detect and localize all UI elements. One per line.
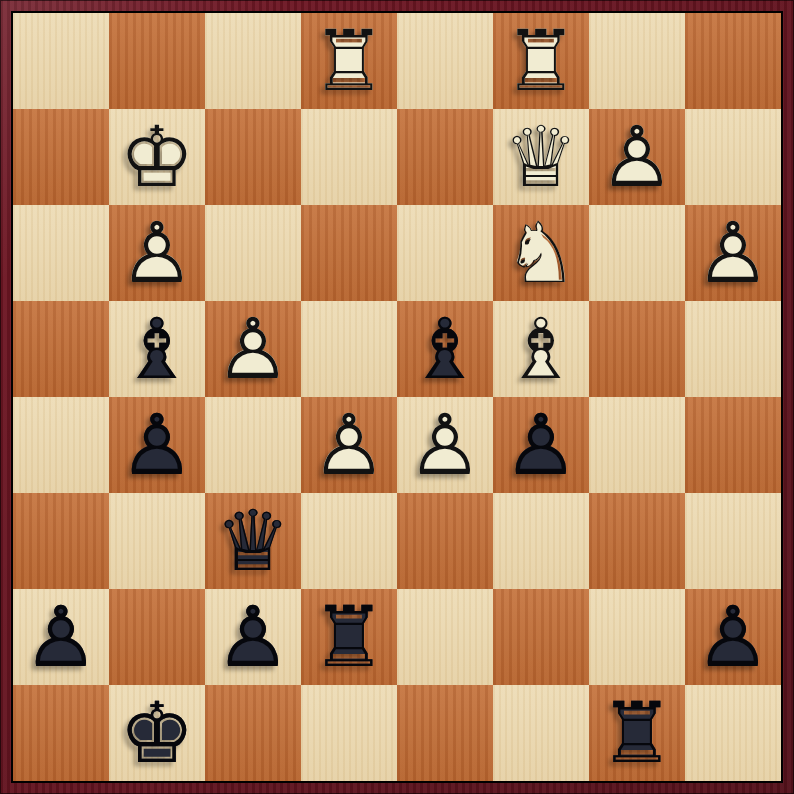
white-pawn[interactable]: ♟♙ xyxy=(589,109,685,205)
square-b1[interactable]: ♚♔ xyxy=(109,685,205,781)
square-g3[interactable] xyxy=(589,493,685,589)
square-a2[interactable]: ♟♙ xyxy=(13,589,109,685)
square-f3[interactable] xyxy=(493,493,589,589)
square-g7[interactable]: ♟♙ xyxy=(589,109,685,205)
square-b7[interactable]: ♚♔ xyxy=(109,109,205,205)
square-a6[interactable] xyxy=(13,205,109,301)
white-rook-outline: ♖ xyxy=(301,13,397,109)
square-e4[interactable]: ♟♙ xyxy=(397,397,493,493)
square-b2[interactable] xyxy=(109,589,205,685)
square-f6[interactable]: ♞♘ xyxy=(493,205,589,301)
white-pawn-outline: ♙ xyxy=(301,397,397,493)
board-inner-border: ♜♖♜♖♚♔♛♕♟♙♟♙♞♘♟♙♝♗♟♙♝♗♝♗♟♙♟♙♟♙♟♙♛♕♟♙♟♙♜♖… xyxy=(11,11,783,783)
white-pawn[interactable]: ♟♙ xyxy=(397,397,493,493)
white-pawn-outline: ♙ xyxy=(205,301,301,397)
black-pawn-outline: ♙ xyxy=(109,397,205,493)
black-rook[interactable]: ♜♖ xyxy=(301,589,397,685)
black-rook-outline: ♖ xyxy=(301,589,397,685)
white-knight[interactable]: ♞♘ xyxy=(493,205,589,301)
square-d4[interactable]: ♟♙ xyxy=(301,397,397,493)
black-pawn-outline: ♙ xyxy=(493,397,589,493)
white-rook-outline: ♖ xyxy=(493,13,589,109)
square-e8[interactable] xyxy=(397,13,493,109)
white-queen-outline: ♕ xyxy=(493,109,589,205)
white-rook[interactable]: ♜♖ xyxy=(301,13,397,109)
square-e7[interactable] xyxy=(397,109,493,205)
square-d3[interactable] xyxy=(301,493,397,589)
black-king-outline: ♔ xyxy=(109,685,205,781)
square-e6[interactable] xyxy=(397,205,493,301)
square-a5[interactable] xyxy=(13,301,109,397)
black-queen-outline: ♕ xyxy=(205,493,301,589)
square-g4[interactable] xyxy=(589,397,685,493)
square-d8[interactable]: ♜♖ xyxy=(301,13,397,109)
square-c3[interactable]: ♛♕ xyxy=(205,493,301,589)
white-queen[interactable]: ♛♕ xyxy=(493,109,589,205)
white-pawn[interactable]: ♟♙ xyxy=(205,301,301,397)
black-pawn[interactable]: ♟♙ xyxy=(493,397,589,493)
square-h4[interactable] xyxy=(685,397,781,493)
square-b8[interactable] xyxy=(109,13,205,109)
square-e5[interactable]: ♝♗ xyxy=(397,301,493,397)
square-b4[interactable]: ♟♙ xyxy=(109,397,205,493)
black-pawn[interactable]: ♟♙ xyxy=(205,589,301,685)
square-h8[interactable] xyxy=(685,13,781,109)
square-c4[interactable] xyxy=(205,397,301,493)
square-e2[interactable] xyxy=(397,589,493,685)
square-f2[interactable] xyxy=(493,589,589,685)
square-g1[interactable]: ♜♖ xyxy=(589,685,685,781)
black-pawn[interactable]: ♟♙ xyxy=(685,589,781,685)
square-a4[interactable] xyxy=(13,397,109,493)
black-rook-outline: ♖ xyxy=(589,685,685,781)
black-bishop-outline: ♗ xyxy=(397,301,493,397)
square-d7[interactable] xyxy=(301,109,397,205)
black-pawn[interactable]: ♟♙ xyxy=(109,397,205,493)
square-b6[interactable]: ♟♙ xyxy=(109,205,205,301)
square-g5[interactable] xyxy=(589,301,685,397)
black-pawn-outline: ♙ xyxy=(685,589,781,685)
square-c8[interactable] xyxy=(205,13,301,109)
white-king[interactable]: ♚♔ xyxy=(109,109,205,205)
square-g8[interactable] xyxy=(589,13,685,109)
black-pawn[interactable]: ♟♙ xyxy=(13,589,109,685)
square-f7[interactable]: ♛♕ xyxy=(493,109,589,205)
white-rook[interactable]: ♜♖ xyxy=(493,13,589,109)
black-king[interactable]: ♚♔ xyxy=(109,685,205,781)
square-d6[interactable] xyxy=(301,205,397,301)
square-f8[interactable]: ♜♖ xyxy=(493,13,589,109)
square-d5[interactable] xyxy=(301,301,397,397)
square-a7[interactable] xyxy=(13,109,109,205)
white-pawn[interactable]: ♟♙ xyxy=(109,205,205,301)
square-c5[interactable]: ♟♙ xyxy=(205,301,301,397)
square-h2[interactable]: ♟♙ xyxy=(685,589,781,685)
board-frame: ♜♖♜♖♚♔♛♕♟♙♟♙♞♘♟♙♝♗♟♙♝♗♝♗♟♙♟♙♟♙♟♙♛♕♟♙♟♙♜♖… xyxy=(0,0,794,794)
white-bishop[interactable]: ♝♗ xyxy=(493,301,589,397)
square-g6[interactable] xyxy=(589,205,685,301)
square-a8[interactable] xyxy=(13,13,109,109)
square-h5[interactable] xyxy=(685,301,781,397)
black-rook[interactable]: ♜♖ xyxy=(589,685,685,781)
square-e1[interactable] xyxy=(397,685,493,781)
black-queen[interactable]: ♛♕ xyxy=(205,493,301,589)
square-g2[interactable] xyxy=(589,589,685,685)
white-pawn-outline: ♙ xyxy=(397,397,493,493)
square-h6[interactable]: ♟♙ xyxy=(685,205,781,301)
square-f4[interactable]: ♟♙ xyxy=(493,397,589,493)
square-d2[interactable]: ♜♖ xyxy=(301,589,397,685)
square-h1[interactable] xyxy=(685,685,781,781)
white-pawn-outline: ♙ xyxy=(589,109,685,205)
black-bishop[interactable]: ♝♗ xyxy=(109,301,205,397)
square-a3[interactable] xyxy=(13,493,109,589)
black-bishop[interactable]: ♝♗ xyxy=(397,301,493,397)
white-pawn-outline: ♙ xyxy=(109,205,205,301)
square-c7[interactable] xyxy=(205,109,301,205)
black-bishop-outline: ♗ xyxy=(109,301,205,397)
square-d1[interactable] xyxy=(301,685,397,781)
white-pawn[interactable]: ♟♙ xyxy=(301,397,397,493)
white-bishop-outline: ♗ xyxy=(493,301,589,397)
white-pawn[interactable]: ♟♙ xyxy=(685,205,781,301)
square-c1[interactable] xyxy=(205,685,301,781)
white-king-outline: ♔ xyxy=(109,109,205,205)
square-h7[interactable] xyxy=(685,109,781,205)
square-e3[interactable] xyxy=(397,493,493,589)
square-c2[interactable]: ♟♙ xyxy=(205,589,301,685)
square-c6[interactable] xyxy=(205,205,301,301)
square-a1[interactable] xyxy=(13,685,109,781)
black-pawn-outline: ♙ xyxy=(13,589,109,685)
chess-board: ♜♖♜♖♚♔♛♕♟♙♟♙♞♘♟♙♝♗♟♙♝♗♝♗♟♙♟♙♟♙♟♙♛♕♟♙♟♙♜♖… xyxy=(13,13,781,781)
white-knight-outline: ♘ xyxy=(493,205,589,301)
square-f1[interactable] xyxy=(493,685,589,781)
white-pawn-outline: ♙ xyxy=(685,205,781,301)
square-b3[interactable] xyxy=(109,493,205,589)
square-b5[interactable]: ♝♗ xyxy=(109,301,205,397)
black-pawn-outline: ♙ xyxy=(205,589,301,685)
square-h3[interactable] xyxy=(685,493,781,589)
square-f5[interactable]: ♝♗ xyxy=(493,301,589,397)
